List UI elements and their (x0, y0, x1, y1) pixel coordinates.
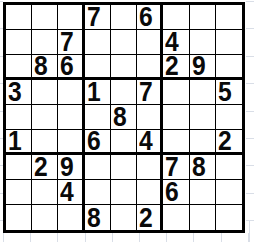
cell-r7c9[interactable] (216, 155, 242, 180)
cell-r8c4[interactable] (85, 180, 111, 205)
cell-r4c2[interactable] (32, 80, 58, 105)
cell-r9c1[interactable] (6, 205, 32, 230)
cell-r5c2[interactable] (32, 105, 58, 130)
spreadsheet-gridline (57, 233, 58, 242)
cell-r5c4[interactable] (85, 105, 111, 130)
cell-r7c2[interactable]: 2 (32, 155, 58, 180)
spreadsheet-gridline (246, 138, 254, 139)
cell-r8c6[interactable] (137, 180, 163, 205)
cell-r9c6[interactable]: 2 (137, 205, 163, 230)
cell-r7c7[interactable]: 7 (163, 155, 189, 180)
cell-r9c9[interactable] (216, 205, 242, 230)
spreadsheet-gridline (139, 233, 140, 242)
given-digit: 8 (113, 105, 127, 129)
cell-r2c1[interactable] (6, 30, 32, 55)
cell-r3c5[interactable] (111, 55, 137, 80)
cell-r2c7[interactable]: 4 (163, 30, 189, 55)
cell-r4c7[interactable] (163, 80, 189, 105)
spreadsheet-gridline (246, 83, 254, 84)
cell-r2c6[interactable] (137, 30, 163, 55)
given-digit: 6 (87, 130, 101, 153)
given-digit: 6 (139, 5, 153, 29)
cell-r2c2[interactable] (32, 30, 58, 55)
spreadsheet-gridline (0, 165, 3, 166)
given-digit: 9 (192, 55, 206, 78)
spreadsheet-gridline (193, 233, 194, 242)
cell-r3c9[interactable] (216, 55, 242, 80)
spreadsheet-gridline (3, 233, 4, 242)
spreadsheet-gridline (85, 233, 86, 242)
cell-r8c9[interactable] (216, 180, 242, 205)
cell-r9c3[interactable] (58, 205, 84, 230)
cell-r5c9[interactable] (216, 105, 242, 130)
spreadsheet-gridline (246, 220, 254, 221)
cell-r3c6[interactable] (137, 55, 163, 80)
spreadsheet-canvas: 7674862931758164229784682 (0, 0, 254, 242)
cell-r6c4[interactable]: 6 (85, 130, 111, 155)
cell-r2c9[interactable] (216, 30, 242, 55)
spreadsheet-gridline (246, 111, 254, 112)
cell-r6c8[interactable] (190, 130, 216, 155)
cell-r8c3[interactable]: 4 (58, 180, 84, 205)
given-digit: 7 (139, 80, 153, 104)
cell-r8c1[interactable] (6, 180, 32, 205)
cell-r3c8[interactable]: 9 (190, 55, 216, 80)
spreadsheet-gridline (246, 1, 254, 2)
given-digit: 1 (8, 130, 22, 153)
spreadsheet-gridline (0, 220, 3, 221)
spreadsheet-gridline (249, 220, 250, 242)
given-digit: 6 (60, 55, 74, 78)
cell-r9c2[interactable] (32, 205, 58, 230)
cell-r2c3[interactable]: 7 (58, 30, 84, 55)
spreadsheet-gridline (246, 193, 254, 194)
cell-r5c6[interactable] (137, 105, 163, 130)
cell-r4c8[interactable] (190, 80, 216, 105)
sudoku-board: 7674862931758164229784682 (3, 2, 245, 233)
cell-r1c9[interactable] (216, 5, 242, 30)
spreadsheet-gridline (246, 56, 254, 57)
given-digit: 6 (165, 180, 179, 204)
given-digit: 2 (165, 55, 179, 78)
cell-r7c6[interactable] (137, 155, 163, 180)
cell-r3c1[interactable] (6, 55, 32, 80)
cell-r7c3[interactable]: 9 (58, 155, 84, 180)
cell-r6c5[interactable] (111, 130, 137, 155)
spreadsheet-gridline (0, 1, 3, 2)
spreadsheet-gridline (0, 28, 3, 29)
given-digit: 4 (139, 130, 153, 153)
cell-r1c2[interactable] (32, 5, 58, 30)
cell-r3c4[interactable] (85, 55, 111, 80)
cell-r3c7[interactable]: 2 (163, 55, 189, 80)
cell-r8c7[interactable]: 6 (163, 180, 189, 205)
cell-r4c1[interactable]: 3 (6, 80, 32, 105)
given-digit: 4 (60, 180, 74, 204)
cell-r4c4[interactable]: 1 (85, 80, 111, 105)
given-digit: 2 (218, 130, 232, 153)
cell-r6c7[interactable] (163, 130, 189, 155)
spreadsheet-gridline (246, 28, 254, 29)
cell-r8c2[interactable] (32, 180, 58, 205)
cell-r1c4[interactable]: 7 (85, 5, 111, 30)
given-digit: 8 (192, 155, 206, 179)
spreadsheet-gridline (166, 233, 167, 242)
spreadsheet-gridline (0, 111, 3, 112)
cell-r2c8[interactable] (190, 30, 216, 55)
cell-r6c9[interactable]: 2 (216, 130, 242, 155)
spreadsheet-gridline (0, 56, 3, 57)
given-digit: 1 (87, 80, 101, 104)
cell-r9c4[interactable]: 8 (85, 205, 111, 230)
cell-r1c8[interactable] (190, 5, 216, 30)
cell-r1c3[interactable] (58, 5, 84, 30)
spreadsheet-gridline (112, 233, 113, 242)
cell-r2c4[interactable] (85, 30, 111, 55)
spreadsheet-gridline (246, 165, 254, 166)
cell-r3c3[interactable]: 6 (58, 55, 84, 80)
cell-r4c5[interactable] (111, 80, 137, 105)
given-digit: 8 (87, 206, 101, 230)
cell-r5c5[interactable]: 8 (111, 105, 137, 130)
given-digit: 5 (218, 80, 232, 104)
given-digit: 4 (165, 30, 179, 54)
cell-r2c5[interactable] (111, 30, 137, 55)
cell-r6c3[interactable] (58, 130, 84, 155)
cell-r4c3[interactable] (58, 80, 84, 105)
cell-r7c5[interactable] (111, 155, 137, 180)
cell-r5c1[interactable] (6, 105, 32, 130)
cell-r9c7[interactable] (163, 205, 189, 230)
spreadsheet-gridline (30, 233, 31, 242)
cell-r4c9[interactable]: 5 (216, 80, 242, 105)
cell-r1c1[interactable] (6, 5, 32, 30)
given-digit: 8 (34, 55, 48, 78)
cell-r9c5[interactable] (111, 205, 137, 230)
given-digit: 2 (34, 155, 48, 179)
given-digit: 7 (165, 155, 179, 179)
given-digit: 2 (139, 206, 153, 230)
cell-r5c8[interactable] (190, 105, 216, 130)
spreadsheet-gridline (0, 138, 3, 139)
given-digit: 7 (87, 5, 101, 29)
cell-r8c8[interactable] (190, 180, 216, 205)
cell-r7c4[interactable] (85, 155, 111, 180)
cell-r5c7[interactable] (163, 105, 189, 130)
cell-r6c6[interactable]: 4 (137, 130, 163, 155)
cell-r7c8[interactable]: 8 (190, 155, 216, 180)
spreadsheet-gridline (0, 193, 3, 194)
cell-r4c6[interactable]: 7 (137, 80, 163, 105)
cell-r5c3[interactable] (58, 105, 84, 130)
given-digit: 9 (60, 155, 74, 179)
given-digit: 3 (8, 80, 22, 104)
cell-r1c6[interactable]: 6 (137, 5, 163, 30)
given-digit: 7 (60, 30, 74, 54)
spreadsheet-gridline (0, 83, 3, 84)
cell-r6c2[interactable] (32, 130, 58, 155)
cell-r8c5[interactable] (111, 180, 137, 205)
cell-r1c7[interactable] (163, 5, 189, 30)
cell-r3c2[interactable]: 8 (32, 55, 58, 80)
cell-r1c5[interactable] (111, 5, 137, 30)
cell-r7c1[interactable] (6, 155, 32, 180)
cell-r9c8[interactable] (190, 205, 216, 230)
spreadsheet-gridline (221, 233, 222, 242)
cell-r6c1[interactable]: 1 (6, 130, 32, 155)
